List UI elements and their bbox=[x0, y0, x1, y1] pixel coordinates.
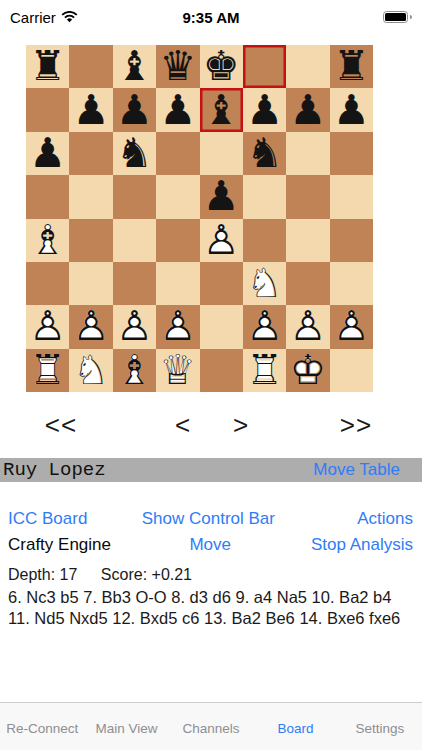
status-bar: Carrier 9:35 AM bbox=[0, 0, 422, 44]
square-e6[interactable] bbox=[200, 132, 243, 175]
square-h1[interactable] bbox=[330, 349, 373, 392]
opening-name: Ruy Lopez bbox=[3, 459, 106, 481]
white-queen-icon: ♛♕ bbox=[156, 349, 199, 392]
black-pawn-icon: ♟ bbox=[330, 88, 373, 131]
move-navigation: << < > >> bbox=[0, 392, 422, 458]
square-b6[interactable] bbox=[69, 132, 112, 175]
square-g5[interactable] bbox=[286, 175, 329, 218]
black-pawn-icon: ♟ bbox=[286, 88, 329, 131]
square-e1[interactable] bbox=[200, 349, 243, 392]
square-a1[interactable]: ♜♖ bbox=[26, 349, 69, 392]
tab-bar: Re-Connect Main View Channels Board Sett… bbox=[0, 702, 422, 750]
square-g1[interactable]: ♚♔ bbox=[286, 349, 329, 392]
square-f6[interactable]: ♞ bbox=[243, 132, 286, 175]
square-d5[interactable] bbox=[156, 175, 199, 218]
square-c5[interactable] bbox=[113, 175, 156, 218]
square-f2[interactable]: ♟♙ bbox=[243, 305, 286, 348]
square-a2[interactable]: ♟♙ bbox=[26, 305, 69, 348]
square-a7[interactable] bbox=[26, 88, 69, 131]
go-next-move-button[interactable]: > bbox=[233, 410, 249, 441]
square-f4[interactable] bbox=[243, 219, 286, 262]
move-button[interactable]: Move bbox=[189, 535, 231, 555]
square-d7[interactable]: ♟ bbox=[156, 88, 199, 131]
white-knight-icon: ♞♘ bbox=[243, 262, 286, 305]
black-pawn-icon: ♟ bbox=[200, 175, 243, 218]
white-pawn-icon: ♟♙ bbox=[330, 305, 373, 348]
square-c7[interactable]: ♟ bbox=[113, 88, 156, 131]
engine-name-label: Crafty Engine bbox=[8, 535, 111, 555]
icc-board-button[interactable]: ICC Board bbox=[8, 509, 87, 529]
white-rook-icon: ♜♖ bbox=[243, 349, 286, 392]
square-a3[interactable] bbox=[26, 262, 69, 305]
square-h6[interactable] bbox=[330, 132, 373, 175]
square-e5[interactable]: ♟ bbox=[200, 175, 243, 218]
square-a6[interactable]: ♟ bbox=[26, 132, 69, 175]
black-bishop-icon: ♝ bbox=[113, 45, 156, 88]
square-g7[interactable]: ♟ bbox=[286, 88, 329, 131]
black-king-icon: ♚ bbox=[200, 45, 243, 88]
square-f7[interactable]: ♟ bbox=[243, 88, 286, 131]
square-a4[interactable]: ♝♗ bbox=[26, 219, 69, 262]
square-a5[interactable] bbox=[26, 175, 69, 218]
square-h2[interactable]: ♟♙ bbox=[330, 305, 373, 348]
square-f3[interactable]: ♞♘ bbox=[243, 262, 286, 305]
square-c6[interactable]: ♞ bbox=[113, 132, 156, 175]
analysis-moves: 6. Nc3 b5 7. Bb3 O-O 8. d3 d6 9. a4 Na5 … bbox=[8, 587, 416, 628]
black-rook-icon: ♜ bbox=[330, 45, 373, 88]
square-e4[interactable]: ♟♙ bbox=[200, 219, 243, 262]
square-g4[interactable] bbox=[286, 219, 329, 262]
square-c1[interactable]: ♝♗ bbox=[113, 349, 156, 392]
square-e2[interactable] bbox=[200, 305, 243, 348]
square-h7[interactable]: ♟ bbox=[330, 88, 373, 131]
square-d1[interactable]: ♛♕ bbox=[156, 349, 199, 392]
go-last-move-button[interactable]: >> bbox=[340, 410, 372, 441]
white-pawn-icon: ♟♙ bbox=[69, 305, 112, 348]
battery-full-icon bbox=[383, 11, 412, 23]
show-control-bar-button[interactable]: Show Control Bar bbox=[142, 509, 275, 529]
white-pawn-icon: ♟♙ bbox=[113, 305, 156, 348]
square-c3[interactable] bbox=[113, 262, 156, 305]
black-queen-icon: ♛ bbox=[156, 45, 199, 88]
white-bishop-icon: ♝♗ bbox=[113, 349, 156, 392]
white-pawn-icon: ♟♙ bbox=[243, 305, 286, 348]
square-d4[interactable] bbox=[156, 219, 199, 262]
square-f5[interactable] bbox=[243, 175, 286, 218]
square-b2[interactable]: ♟♙ bbox=[69, 305, 112, 348]
black-pawn-icon: ♟ bbox=[69, 88, 112, 131]
white-bishop-icon: ♝♗ bbox=[26, 219, 69, 262]
square-g3[interactable] bbox=[286, 262, 329, 305]
white-king-icon: ♚♔ bbox=[286, 349, 329, 392]
square-e7[interactable]: ♝ bbox=[200, 88, 243, 131]
square-a8[interactable]: ♜ bbox=[26, 45, 69, 88]
go-previous-move-button[interactable]: < bbox=[175, 410, 191, 441]
chess-board: ♜♝♛♚♜♟♟♟♝♟♟♟♟♞♞♟♝♗♟♙♞♘♟♙♟♙♟♙♟♙♟♙♟♙♟♙♜♖♞♘… bbox=[26, 45, 373, 392]
square-b7[interactable]: ♟ bbox=[69, 88, 112, 131]
move-table-button[interactable]: Move Table bbox=[313, 460, 400, 480]
opening-bar: Ruy Lopez Move Table bbox=[0, 458, 422, 482]
square-b3[interactable] bbox=[69, 262, 112, 305]
go-first-move-button[interactable]: << bbox=[45, 410, 77, 441]
clock-time: 9:35 AM bbox=[183, 9, 240, 26]
depth-label: Depth: 17 bbox=[8, 566, 77, 583]
square-d2[interactable]: ♟♙ bbox=[156, 305, 199, 348]
carrier-label: Carrier bbox=[10, 9, 56, 26]
tab-reconnect[interactable]: Re-Connect bbox=[0, 703, 84, 750]
white-rook-icon: ♜♖ bbox=[26, 349, 69, 392]
square-g8[interactable] bbox=[286, 45, 329, 88]
square-b5[interactable] bbox=[69, 175, 112, 218]
black-knight-icon: ♞ bbox=[113, 132, 156, 175]
white-pawn-icon: ♟♙ bbox=[200, 219, 243, 262]
square-b4[interactable] bbox=[69, 219, 112, 262]
square-d6[interactable] bbox=[156, 132, 199, 175]
square-f1[interactable]: ♜♖ bbox=[243, 349, 286, 392]
black-bishop-icon: ♝ bbox=[200, 88, 243, 131]
square-h8[interactable]: ♜ bbox=[330, 45, 373, 88]
square-c4[interactable] bbox=[113, 219, 156, 262]
black-pawn-icon: ♟ bbox=[243, 88, 286, 131]
white-pawn-icon: ♟♙ bbox=[286, 305, 329, 348]
square-b1[interactable]: ♞♘ bbox=[69, 349, 112, 392]
square-c2[interactable]: ♟♙ bbox=[113, 305, 156, 348]
square-b8[interactable] bbox=[69, 45, 112, 88]
white-knight-icon: ♞♘ bbox=[69, 349, 112, 392]
square-h4[interactable] bbox=[330, 219, 373, 262]
square-f8[interactable] bbox=[243, 45, 286, 88]
tab-channels[interactable]: Channels bbox=[169, 703, 253, 750]
black-knight-icon: ♞ bbox=[243, 132, 286, 175]
engine-analysis: Depth: 17 Score: +0.21 6. Nc3 b5 7. Bb3 … bbox=[8, 566, 416, 628]
control-links: ICC Board Show Control Bar Actions Craft… bbox=[0, 506, 422, 558]
stop-analysis-button[interactable]: Stop Analysis bbox=[311, 535, 413, 555]
square-g2[interactable]: ♟♙ bbox=[286, 305, 329, 348]
black-pawn-icon: ♟ bbox=[113, 88, 156, 131]
tab-board[interactable]: Board bbox=[253, 703, 337, 750]
black-rook-icon: ♜ bbox=[26, 45, 69, 88]
tab-main-view[interactable]: Main View bbox=[84, 703, 168, 750]
square-g6[interactable] bbox=[286, 132, 329, 175]
white-pawn-icon: ♟♙ bbox=[26, 305, 69, 348]
square-h3[interactable] bbox=[330, 262, 373, 305]
white-pawn-icon: ♟♙ bbox=[156, 305, 199, 348]
wifi-icon bbox=[61, 9, 78, 26]
score-label: Score: +0.21 bbox=[101, 566, 192, 583]
black-pawn-icon: ♟ bbox=[156, 88, 199, 131]
square-d3[interactable] bbox=[156, 262, 199, 305]
tab-settings[interactable]: Settings bbox=[338, 703, 422, 750]
square-e3[interactable] bbox=[200, 262, 243, 305]
square-d8[interactable]: ♛ bbox=[156, 45, 199, 88]
square-h5[interactable] bbox=[330, 175, 373, 218]
black-pawn-icon: ♟ bbox=[26, 132, 69, 175]
actions-button[interactable]: Actions bbox=[357, 509, 413, 529]
square-e8[interactable]: ♚ bbox=[200, 45, 243, 88]
square-c8[interactable]: ♝ bbox=[113, 45, 156, 88]
